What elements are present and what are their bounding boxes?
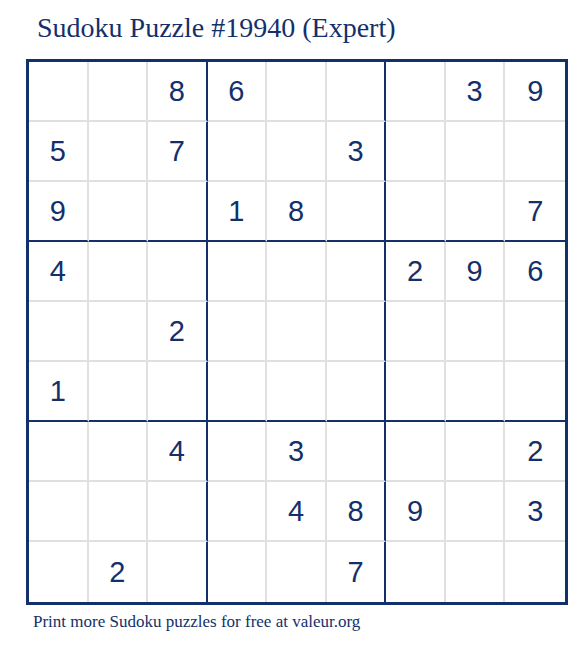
cell-r1c1[interactable] [29,62,89,122]
cell-r1c2[interactable] [89,62,149,122]
cell-r1c7[interactable] [386,62,446,122]
cell-r8c5[interactable]: 4 [267,482,327,542]
cell-r5c5[interactable] [267,302,327,362]
cell-r2c2[interactable] [89,122,149,182]
cell-r2c9[interactable] [505,122,565,182]
cell-r4c4[interactable] [208,242,268,302]
cell-r8c9[interactable]: 3 [505,482,565,542]
cell-r4c8[interactable]: 9 [446,242,506,302]
cell-r2c7[interactable] [386,122,446,182]
cell-r2c5[interactable] [267,122,327,182]
cell-r3c5[interactable]: 8 [267,182,327,242]
cell-r7c1[interactable] [29,422,89,482]
cell-r9c6[interactable]: 7 [327,542,387,602]
cell-r5c2[interactable] [89,302,149,362]
cell-r5c8[interactable] [446,302,506,362]
page-title: Sudoku Puzzle #19940 (Expert) [37,11,396,45]
cell-r2c6[interactable]: 3 [327,122,387,182]
cell-r1c3[interactable]: 8 [148,62,208,122]
cell-r4c9[interactable]: 6 [505,242,565,302]
cell-r6c6[interactable] [327,362,387,422]
cell-r8c6[interactable]: 8 [327,482,387,542]
cell-r3c9[interactable]: 7 [505,182,565,242]
cell-r7c8[interactable] [446,422,506,482]
cell-r3c2[interactable] [89,182,149,242]
cell-r5c1[interactable] [29,302,89,362]
cell-r6c9[interactable] [505,362,565,422]
cell-r4c5[interactable] [267,242,327,302]
cell-r8c2[interactable] [89,482,149,542]
cell-r2c8[interactable] [446,122,506,182]
cell-r3c7[interactable] [386,182,446,242]
cell-r6c1[interactable]: 1 [29,362,89,422]
cell-r2c3[interactable]: 7 [148,122,208,182]
cell-r9c3[interactable] [148,542,208,602]
cell-r8c4[interactable] [208,482,268,542]
cell-r3c1[interactable]: 9 [29,182,89,242]
cell-r8c3[interactable] [148,482,208,542]
cell-r9c8[interactable] [446,542,506,602]
cell-r8c1[interactable] [29,482,89,542]
cell-r9c5[interactable] [267,542,327,602]
cell-r1c9[interactable]: 9 [505,62,565,122]
cell-r6c8[interactable] [446,362,506,422]
cell-r5c6[interactable] [327,302,387,362]
cell-r3c3[interactable] [148,182,208,242]
cell-r4c1[interactable]: 4 [29,242,89,302]
cell-r7c5[interactable]: 3 [267,422,327,482]
cell-r5c4[interactable] [208,302,268,362]
cell-r9c1[interactable] [29,542,89,602]
cell-r6c7[interactable] [386,362,446,422]
cell-r5c9[interactable] [505,302,565,362]
cell-r8c7[interactable]: 9 [386,482,446,542]
cell-r9c7[interactable] [386,542,446,602]
cell-r7c7[interactable] [386,422,446,482]
cell-r4c3[interactable] [148,242,208,302]
cell-r6c4[interactable] [208,362,268,422]
cell-r3c4[interactable]: 1 [208,182,268,242]
cell-r2c1[interactable]: 5 [29,122,89,182]
cell-r1c6[interactable] [327,62,387,122]
cell-r4c7[interactable]: 2 [386,242,446,302]
cell-r6c2[interactable] [89,362,149,422]
cell-r8c8[interactable] [446,482,506,542]
cell-r7c2[interactable] [89,422,149,482]
cell-r3c8[interactable] [446,182,506,242]
cell-r9c2[interactable]: 2 [89,542,149,602]
cell-r1c4[interactable]: 6 [208,62,268,122]
cell-r4c2[interactable] [89,242,149,302]
cell-r3c6[interactable] [327,182,387,242]
cell-r6c3[interactable] [148,362,208,422]
cell-r9c9[interactable] [505,542,565,602]
cell-r7c6[interactable] [327,422,387,482]
sudoku-board: 86395739187429621432489327 [26,59,568,605]
cell-r5c3[interactable]: 2 [148,302,208,362]
footer-text: Print more Sudoku puzzles for free at va… [33,611,360,633]
cell-r2c4[interactable] [208,122,268,182]
cell-r9c4[interactable] [208,542,268,602]
cell-r1c8[interactable]: 3 [446,62,506,122]
cell-r7c3[interactable]: 4 [148,422,208,482]
cell-r1c5[interactable] [267,62,327,122]
cell-r7c9[interactable]: 2 [505,422,565,482]
cell-r7c4[interactable] [208,422,268,482]
cell-r4c6[interactable] [327,242,387,302]
cell-r6c5[interactable] [267,362,327,422]
cell-r5c7[interactable] [386,302,446,362]
